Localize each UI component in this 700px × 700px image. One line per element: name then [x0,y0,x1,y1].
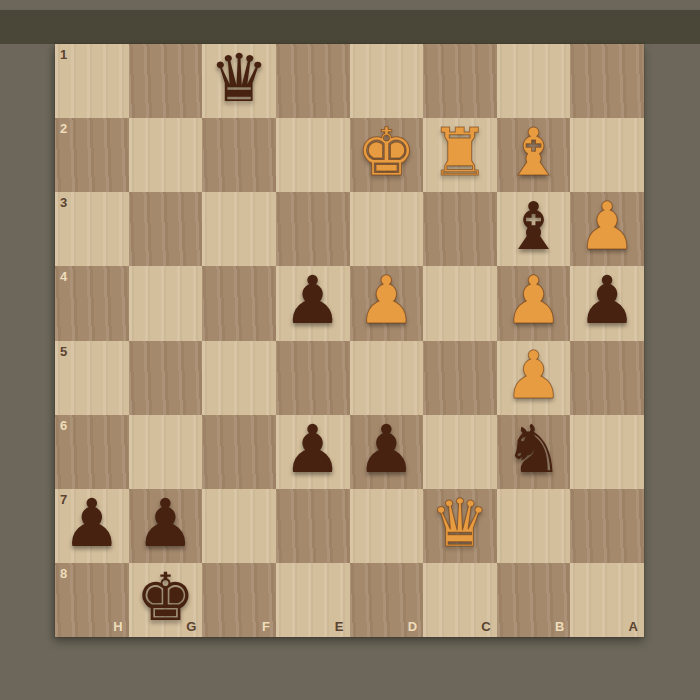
square-a8[interactable]: A [570,563,644,637]
square-f1[interactable]: ♛ [202,44,276,118]
square-e1[interactable] [276,44,350,118]
square-h5[interactable]: 5 [55,341,129,415]
square-e8[interactable]: E [276,563,350,637]
black-pawn[interactable]: ♟ [578,268,637,334]
square-b8[interactable]: B [497,563,571,637]
square-e3[interactable] [276,192,350,266]
square-b1[interactable] [497,44,571,118]
square-e6[interactable]: ♟ [276,415,350,489]
white-pawn[interactable]: ♟ [357,268,416,334]
square-g6[interactable] [129,415,203,489]
rank-label-3: 3 [60,196,67,209]
file-label-b: B [555,620,564,633]
square-d1[interactable] [350,44,424,118]
white-pawn[interactable]: ♟ [578,194,637,260]
square-a5[interactable] [570,341,644,415]
square-d8[interactable]: D [350,563,424,637]
square-a6[interactable] [570,415,644,489]
square-d6[interactable]: ♟ [350,415,424,489]
black-pawn[interactable]: ♟ [62,491,121,557]
square-f5[interactable] [202,341,276,415]
square-b2[interactable]: ♝ [497,118,571,192]
square-b7[interactable] [497,489,571,563]
square-h6[interactable]: 6 [55,415,129,489]
black-pawn[interactable]: ♟ [283,417,342,483]
square-d3[interactable] [350,192,424,266]
square-h3[interactable]: 3 [55,192,129,266]
black-bishop[interactable]: ♝ [504,194,563,260]
square-a1[interactable] [570,44,644,118]
square-h7[interactable]: 7♟ [55,489,129,563]
square-d4[interactable]: ♟ [350,266,424,340]
rank-label-2: 2 [60,122,67,135]
black-pawn[interactable]: ♟ [357,417,416,483]
file-label-a: A [629,620,638,633]
square-g5[interactable] [129,341,203,415]
square-g2[interactable] [129,118,203,192]
white-pawn[interactable]: ♟ [504,268,563,334]
square-a3[interactable]: ♟ [570,192,644,266]
black-pawn[interactable]: ♟ [283,268,342,334]
square-h8[interactable]: 8H [55,563,129,637]
file-label-c: C [481,620,490,633]
black-queen[interactable]: ♛ [209,46,268,112]
square-g4[interactable] [129,266,203,340]
square-e7[interactable] [276,489,350,563]
rank-label-5: 5 [60,345,67,358]
square-c3[interactable] [423,192,497,266]
square-e4[interactable]: ♟ [276,266,350,340]
black-pawn[interactable]: ♟ [136,491,195,557]
file-label-e: E [335,620,344,633]
square-b5[interactable]: ♟ [497,341,571,415]
square-g3[interactable] [129,192,203,266]
white-king[interactable]: ♚ [357,120,416,186]
rank-label-1: 1 [60,48,67,61]
black-knight[interactable]: ♞ [504,417,563,483]
square-f7[interactable] [202,489,276,563]
square-d2[interactable]: ♚ [350,118,424,192]
square-c5[interactable] [423,341,497,415]
square-h2[interactable]: 2 [55,118,129,192]
white-rook[interactable]: ♜ [430,120,489,186]
file-label-d: D [408,620,417,633]
file-label-f: F [262,620,270,633]
square-c7[interactable]: ♛ [423,489,497,563]
square-h4[interactable]: 4 [55,266,129,340]
square-c1[interactable] [423,44,497,118]
square-g1[interactable] [129,44,203,118]
square-f3[interactable] [202,192,276,266]
square-f8[interactable]: F [202,563,276,637]
square-a7[interactable] [570,489,644,563]
chess-board: 1♛2♚♜♝3♝♟4♟♟♟♟5♟6♟♟♞7♟♟♛8HG♚FEDCBA [55,44,644,637]
square-g7[interactable]: ♟ [129,489,203,563]
file-label-h: H [113,620,122,633]
white-pawn[interactable]: ♟ [504,343,563,409]
square-e5[interactable] [276,341,350,415]
square-c6[interactable] [423,415,497,489]
top-band [0,10,700,44]
square-f2[interactable] [202,118,276,192]
square-f6[interactable] [202,415,276,489]
square-a2[interactable] [570,118,644,192]
rank-label-6: 6 [60,419,67,432]
black-king[interactable]: ♚ [136,565,195,631]
square-f4[interactable] [202,266,276,340]
square-a4[interactable]: ♟ [570,266,644,340]
square-h1[interactable]: 1 [55,44,129,118]
rank-label-4: 4 [60,270,67,283]
square-c8[interactable]: C [423,563,497,637]
square-b6[interactable]: ♞ [497,415,571,489]
square-b4[interactable]: ♟ [497,266,571,340]
square-c2[interactable]: ♜ [423,118,497,192]
square-e2[interactable] [276,118,350,192]
square-d5[interactable] [350,341,424,415]
white-bishop[interactable]: ♝ [504,120,563,186]
scene: 1♛2♚♜♝3♝♟4♟♟♟♟5♟6♟♟♞7♟♟♛8HG♚FEDCBA [0,0,700,700]
square-b3[interactable]: ♝ [497,192,571,266]
rank-label-8: 8 [60,567,67,580]
square-c4[interactable] [423,266,497,340]
white-queen[interactable]: ♛ [430,491,489,557]
square-g8[interactable]: G♚ [129,563,203,637]
square-d7[interactable] [350,489,424,563]
